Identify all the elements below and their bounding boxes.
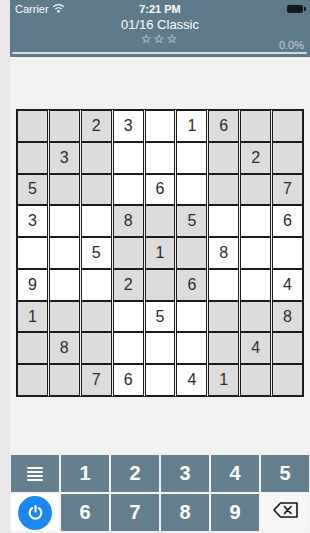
- clock: 7:21 PM: [10, 3, 310, 15]
- cell-r2c9[interactable]: [272, 142, 303, 174]
- key-3[interactable]: 3: [161, 455, 209, 492]
- cell-r9c2[interactable]: [49, 364, 80, 396]
- progress-bar: [12, 52, 307, 54]
- hamburger-menu-icon: [27, 465, 43, 483]
- cell-r1c6[interactable]: 1: [176, 110, 207, 142]
- cell-r9c5[interactable]: [145, 364, 176, 396]
- power-button[interactable]: [11, 494, 59, 531]
- cell-r9c4[interactable]: 6: [113, 364, 144, 396]
- key-9[interactable]: 9: [211, 494, 259, 531]
- power-icon: [18, 496, 52, 530]
- app-screen: Carrier 7:21 PM 01/16 Classic ☆☆☆ 0.0% 2…: [10, 0, 310, 533]
- cell-r2c2[interactable]: 3: [49, 142, 80, 174]
- cell-r8c9[interactable]: [272, 332, 303, 364]
- cell-r9c6[interactable]: 4: [176, 364, 207, 396]
- cell-r8c3[interactable]: [81, 332, 112, 364]
- cell-r2c1[interactable]: [17, 142, 48, 174]
- cell-r1c9[interactable]: [272, 110, 303, 142]
- cell-r6c3[interactable]: [81, 269, 112, 301]
- cell-r8c1[interactable]: [17, 332, 48, 364]
- cell-r6c7[interactable]: [208, 269, 239, 301]
- cell-r9c9[interactable]: [272, 364, 303, 396]
- cell-r1c5[interactable]: [145, 110, 176, 142]
- cell-r7c6[interactable]: [176, 301, 207, 333]
- cell-r4c2[interactable]: [49, 205, 80, 237]
- cell-r7c8[interactable]: [240, 301, 271, 333]
- cell-r9c3[interactable]: 7: [81, 364, 112, 396]
- cell-r7c3[interactable]: [81, 301, 112, 333]
- cell-r3c2[interactable]: [49, 174, 80, 206]
- cell-r2c3[interactable]: [81, 142, 112, 174]
- cell-r7c4[interactable]: [113, 301, 144, 333]
- cell-r1c4[interactable]: 3: [113, 110, 144, 142]
- cell-r5c8[interactable]: [240, 237, 271, 269]
- status-bar: Carrier 7:21 PM: [10, 0, 310, 17]
- menu-button[interactable]: [11, 455, 59, 492]
- cell-r6c6[interactable]: 6: [176, 269, 207, 301]
- cell-r4c8[interactable]: [240, 205, 271, 237]
- cell-r4c6[interactable]: 5: [176, 205, 207, 237]
- cell-r6c5[interactable]: [145, 269, 176, 301]
- cell-r7c5[interactable]: 5: [145, 301, 176, 333]
- battery-icon: [287, 5, 303, 13]
- cell-r8c6[interactable]: [176, 332, 207, 364]
- cell-r2c6[interactable]: [176, 142, 207, 174]
- cell-r1c8[interactable]: [240, 110, 271, 142]
- cell-r2c4[interactable]: [113, 142, 144, 174]
- cell-r3c4[interactable]: [113, 174, 144, 206]
- cell-r3c6[interactable]: [176, 174, 207, 206]
- cell-r9c7[interactable]: 1: [208, 364, 239, 396]
- backspace-button[interactable]: [261, 494, 309, 531]
- keypad: 1 2 3 4 5 6 7 8 9: [11, 455, 309, 531]
- cell-r3c3[interactable]: [81, 174, 112, 206]
- cell-r9c8[interactable]: [240, 364, 271, 396]
- cell-r6c9[interactable]: 4: [272, 269, 303, 301]
- cell-r6c8[interactable]: [240, 269, 271, 301]
- cell-r9c1[interactable]: [17, 364, 48, 396]
- cell-r7c7[interactable]: [208, 301, 239, 333]
- cell-r5c6[interactable]: [176, 237, 207, 269]
- cell-r7c9[interactable]: 8: [272, 301, 303, 333]
- key-1[interactable]: 1: [61, 455, 109, 492]
- backspace-icon: [272, 501, 299, 524]
- cell-r4c4[interactable]: 8: [113, 205, 144, 237]
- cell-r4c7[interactable]: [208, 205, 239, 237]
- cell-r1c2[interactable]: [49, 110, 80, 142]
- cell-r4c9[interactable]: 6: [272, 205, 303, 237]
- progress-percent: 0.0%: [279, 39, 304, 51]
- cell-r8c7[interactable]: [208, 332, 239, 364]
- cell-r1c3[interactable]: 2: [81, 110, 112, 142]
- cell-r7c1[interactable]: 1: [17, 301, 48, 333]
- cell-r4c5[interactable]: [145, 205, 176, 237]
- cell-r8c8[interactable]: 4: [240, 332, 271, 364]
- cell-r6c1[interactable]: 9: [17, 269, 48, 301]
- cell-r5c7[interactable]: 8: [208, 237, 239, 269]
- cell-r1c7[interactable]: 6: [208, 110, 239, 142]
- cell-r2c5[interactable]: [145, 142, 176, 174]
- cell-r3c7[interactable]: [208, 174, 239, 206]
- key-7[interactable]: 7: [111, 494, 159, 531]
- cell-r5c1[interactable]: [17, 237, 48, 269]
- cell-r6c2[interactable]: [49, 269, 80, 301]
- page-title: 01/16 Classic: [10, 17, 310, 32]
- sudoku-board: 23163256738565189264158847641: [16, 109, 304, 397]
- cell-r5c4[interactable]: [113, 237, 144, 269]
- difficulty-stars: ☆☆☆: [10, 32, 310, 47]
- cell-r2c8[interactable]: 2: [240, 142, 271, 174]
- cell-r5c5[interactable]: 1: [145, 237, 176, 269]
- cell-r3c8[interactable]: [240, 174, 271, 206]
- cell-r7c2[interactable]: [49, 301, 80, 333]
- cell-r5c2[interactable]: [49, 237, 80, 269]
- cell-r6c4[interactable]: 2: [113, 269, 144, 301]
- header: Carrier 7:21 PM 01/16 Classic ☆☆☆ 0.0%: [10, 0, 310, 57]
- cell-r2c7[interactable]: [208, 142, 239, 174]
- cell-r5c3[interactable]: 5: [81, 237, 112, 269]
- key-4[interactable]: 4: [211, 455, 259, 492]
- cell-r3c5[interactable]: 6: [145, 174, 176, 206]
- cell-r8c2[interactable]: 8: [49, 332, 80, 364]
- cell-r4c1[interactable]: 3: [17, 205, 48, 237]
- cell-r4c3[interactable]: [81, 205, 112, 237]
- key-8[interactable]: 8: [161, 494, 209, 531]
- cell-r5c9[interactable]: [272, 237, 303, 269]
- cell-r3c9[interactable]: 7: [272, 174, 303, 206]
- key-6[interactable]: 6: [61, 494, 109, 531]
- cell-r1c1[interactable]: [17, 110, 48, 142]
- cell-r8c5[interactable]: [145, 332, 176, 364]
- key-5[interactable]: 5: [261, 455, 309, 492]
- key-2[interactable]: 2: [111, 455, 159, 492]
- cell-r8c4[interactable]: [113, 332, 144, 364]
- cell-r3c1[interactable]: 5: [17, 174, 48, 206]
